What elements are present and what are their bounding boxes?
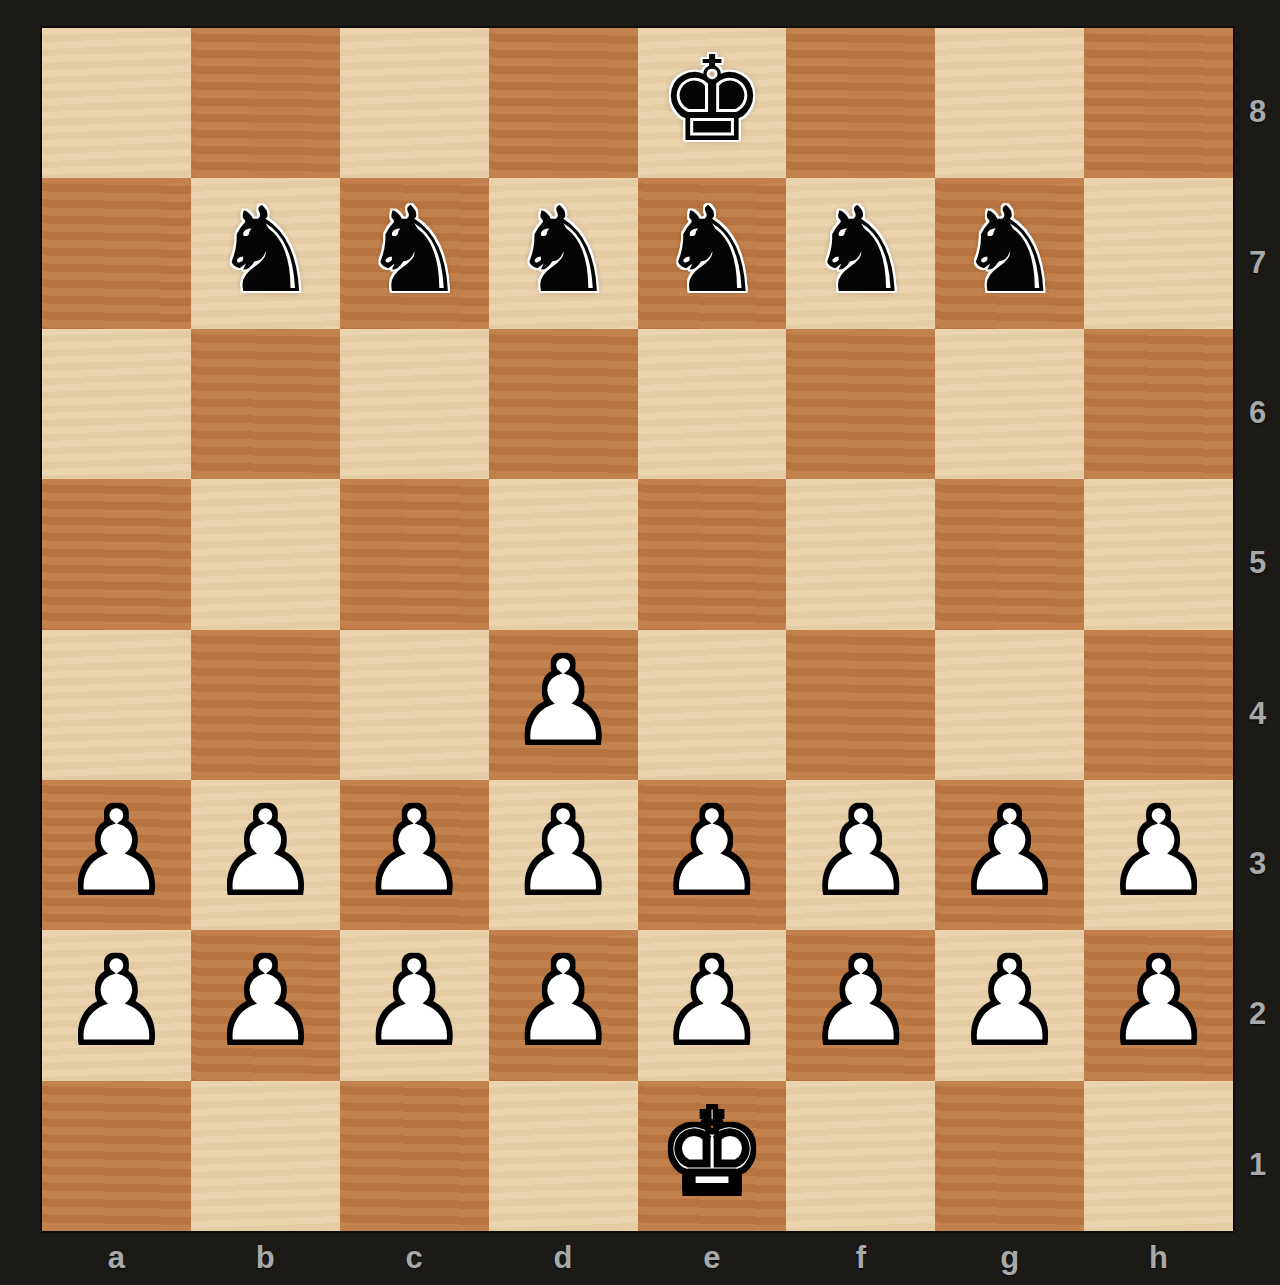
rank-labels: 87654321 bbox=[1235, 28, 1280, 1231]
square-c1[interactable] bbox=[340, 1081, 489, 1231]
file-label-c: c bbox=[340, 1231, 489, 1285]
black-knight[interactable]: ♞ bbox=[808, 191, 914, 309]
square-f5[interactable] bbox=[786, 479, 935, 629]
square-d7[interactable]: ♞ bbox=[489, 178, 638, 328]
square-d8[interactable] bbox=[489, 28, 638, 178]
black-knight[interactable]: ♞ bbox=[957, 191, 1063, 309]
black-king[interactable]: ♚ bbox=[659, 40, 765, 158]
file-label-a: a bbox=[42, 1231, 191, 1285]
chess-app: ♚♞♞♞♞♞♞♟♟♟♟♟♟♟♟♟♟♟♟♟♟♟♟♟♚ 87654321 abcde… bbox=[0, 0, 1280, 1285]
black-knight[interactable]: ♞ bbox=[212, 191, 318, 309]
white-pawn[interactable]: ♟ bbox=[957, 792, 1063, 910]
square-h4[interactable] bbox=[1084, 630, 1233, 780]
rank-label-5: 5 bbox=[1235, 479, 1280, 629]
square-h6[interactable] bbox=[1084, 329, 1233, 479]
square-f4[interactable] bbox=[786, 630, 935, 780]
white-pawn[interactable]: ♟ bbox=[361, 792, 467, 910]
square-b2[interactable]: ♟ bbox=[191, 930, 340, 1080]
square-a7[interactable] bbox=[42, 178, 191, 328]
square-g8[interactable] bbox=[935, 28, 1084, 178]
square-b7[interactable]: ♞ bbox=[191, 178, 340, 328]
square-c7[interactable]: ♞ bbox=[340, 178, 489, 328]
white-pawn[interactable]: ♟ bbox=[510, 792, 616, 910]
square-h2[interactable]: ♟ bbox=[1084, 930, 1233, 1080]
rank-label-8: 8 bbox=[1235, 28, 1280, 178]
black-knight[interactable]: ♞ bbox=[659, 191, 765, 309]
white-pawn[interactable]: ♟ bbox=[1106, 792, 1212, 910]
square-c8[interactable] bbox=[340, 28, 489, 178]
square-e6[interactable] bbox=[638, 329, 787, 479]
file-label-e: e bbox=[638, 1231, 787, 1285]
white-pawn[interactable]: ♟ bbox=[212, 792, 318, 910]
square-a4[interactable] bbox=[42, 630, 191, 780]
square-f3[interactable]: ♟ bbox=[786, 780, 935, 930]
white-pawn[interactable]: ♟ bbox=[212, 942, 318, 1060]
square-e8[interactable]: ♚ bbox=[638, 28, 787, 178]
square-g3[interactable]: ♟ bbox=[935, 780, 1084, 930]
square-g4[interactable] bbox=[935, 630, 1084, 780]
square-a1[interactable] bbox=[42, 1081, 191, 1231]
square-d2[interactable]: ♟ bbox=[489, 930, 638, 1080]
file-label-d: d bbox=[489, 1231, 638, 1285]
white-pawn[interactable]: ♟ bbox=[64, 942, 170, 1060]
square-b4[interactable] bbox=[191, 630, 340, 780]
square-b5[interactable] bbox=[191, 479, 340, 629]
square-h3[interactable]: ♟ bbox=[1084, 780, 1233, 930]
square-g6[interactable] bbox=[935, 329, 1084, 479]
square-d5[interactable] bbox=[489, 479, 638, 629]
square-h8[interactable] bbox=[1084, 28, 1233, 178]
square-b1[interactable] bbox=[191, 1081, 340, 1231]
square-d1[interactable] bbox=[489, 1081, 638, 1231]
square-f1[interactable] bbox=[786, 1081, 935, 1231]
file-label-b: b bbox=[191, 1231, 340, 1285]
square-g2[interactable]: ♟ bbox=[935, 930, 1084, 1080]
white-pawn[interactable]: ♟ bbox=[659, 792, 765, 910]
square-d6[interactable] bbox=[489, 329, 638, 479]
square-e3[interactable]: ♟ bbox=[638, 780, 787, 930]
square-h1[interactable] bbox=[1084, 1081, 1233, 1231]
square-a5[interactable] bbox=[42, 479, 191, 629]
rank-label-2: 2 bbox=[1235, 930, 1280, 1080]
file-label-f: f bbox=[786, 1231, 935, 1285]
square-e5[interactable] bbox=[638, 479, 787, 629]
square-d4[interactable]: ♟ bbox=[489, 630, 638, 780]
square-a6[interactable] bbox=[42, 329, 191, 479]
square-a8[interactable] bbox=[42, 28, 191, 178]
white-pawn[interactable]: ♟ bbox=[808, 942, 914, 1060]
file-labels: abcdefgh bbox=[42, 1231, 1233, 1285]
chess-board: ♚♞♞♞♞♞♞♟♟♟♟♟♟♟♟♟♟♟♟♟♟♟♟♟♚ bbox=[42, 28, 1233, 1231]
square-f7[interactable]: ♞ bbox=[786, 178, 935, 328]
white-pawn[interactable]: ♟ bbox=[808, 792, 914, 910]
square-c5[interactable] bbox=[340, 479, 489, 629]
square-d3[interactable]: ♟ bbox=[489, 780, 638, 930]
white-pawn[interactable]: ♟ bbox=[510, 642, 616, 760]
square-e7[interactable]: ♞ bbox=[638, 178, 787, 328]
white-pawn[interactable]: ♟ bbox=[361, 942, 467, 1060]
square-b8[interactable] bbox=[191, 28, 340, 178]
file-label-g: g bbox=[935, 1231, 1084, 1285]
rank-label-7: 7 bbox=[1235, 178, 1280, 328]
square-h7[interactable] bbox=[1084, 178, 1233, 328]
white-pawn[interactable]: ♟ bbox=[659, 942, 765, 1060]
square-e2[interactable]: ♟ bbox=[638, 930, 787, 1080]
square-h5[interactable] bbox=[1084, 479, 1233, 629]
white-pawn[interactable]: ♟ bbox=[957, 942, 1063, 1060]
rank-label-1: 1 bbox=[1235, 1081, 1280, 1231]
square-c2[interactable]: ♟ bbox=[340, 930, 489, 1080]
white-pawn[interactable]: ♟ bbox=[64, 792, 170, 910]
square-g7[interactable]: ♞ bbox=[935, 178, 1084, 328]
white-pawn[interactable]: ♟ bbox=[1106, 942, 1212, 1060]
square-f2[interactable]: ♟ bbox=[786, 930, 935, 1080]
square-b6[interactable] bbox=[191, 329, 340, 479]
square-f6[interactable] bbox=[786, 329, 935, 479]
black-knight[interactable]: ♞ bbox=[361, 191, 467, 309]
square-g5[interactable] bbox=[935, 479, 1084, 629]
square-c6[interactable] bbox=[340, 329, 489, 479]
square-e1[interactable]: ♚ bbox=[638, 1081, 787, 1231]
square-a2[interactable]: ♟ bbox=[42, 930, 191, 1080]
file-label-h: h bbox=[1084, 1231, 1233, 1285]
rank-label-4: 4 bbox=[1235, 630, 1280, 780]
square-f8[interactable] bbox=[786, 28, 935, 178]
square-c4[interactable] bbox=[340, 630, 489, 780]
square-a3[interactable]: ♟ bbox=[42, 780, 191, 930]
square-b3[interactable]: ♟ bbox=[191, 780, 340, 930]
rank-label-3: 3 bbox=[1235, 780, 1280, 930]
rank-label-6: 6 bbox=[1235, 329, 1280, 479]
white-pawn[interactable]: ♟ bbox=[510, 942, 616, 1060]
square-g1[interactable] bbox=[935, 1081, 1084, 1231]
square-e4[interactable] bbox=[638, 630, 787, 780]
black-knight[interactable]: ♞ bbox=[510, 191, 616, 309]
white-king[interactable]: ♚ bbox=[659, 1093, 765, 1211]
square-c3[interactable]: ♟ bbox=[340, 780, 489, 930]
